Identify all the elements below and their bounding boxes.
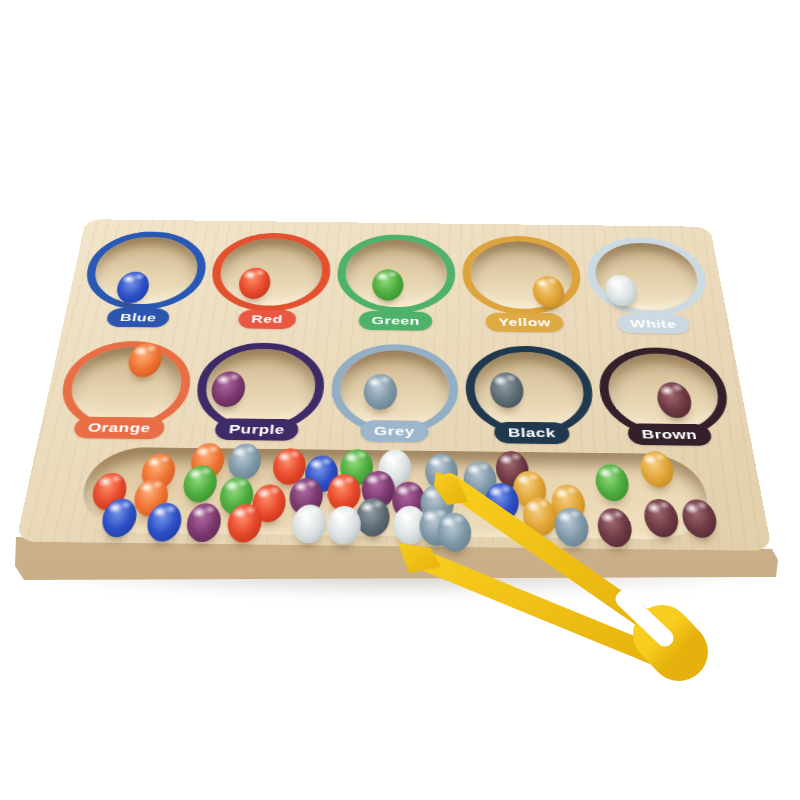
product-photo-stage: BlueRedGreenYellowWhiteOrangePurpleGreyB…: [0, 0, 800, 800]
tweezers-body[interactable]: [398, 472, 679, 663]
tweezers-tool[interactable]: [0, 0, 800, 800]
